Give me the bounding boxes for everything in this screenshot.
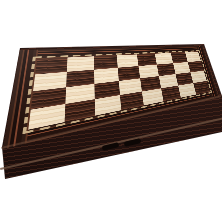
product-photo-scene — [0, 0, 222, 222]
